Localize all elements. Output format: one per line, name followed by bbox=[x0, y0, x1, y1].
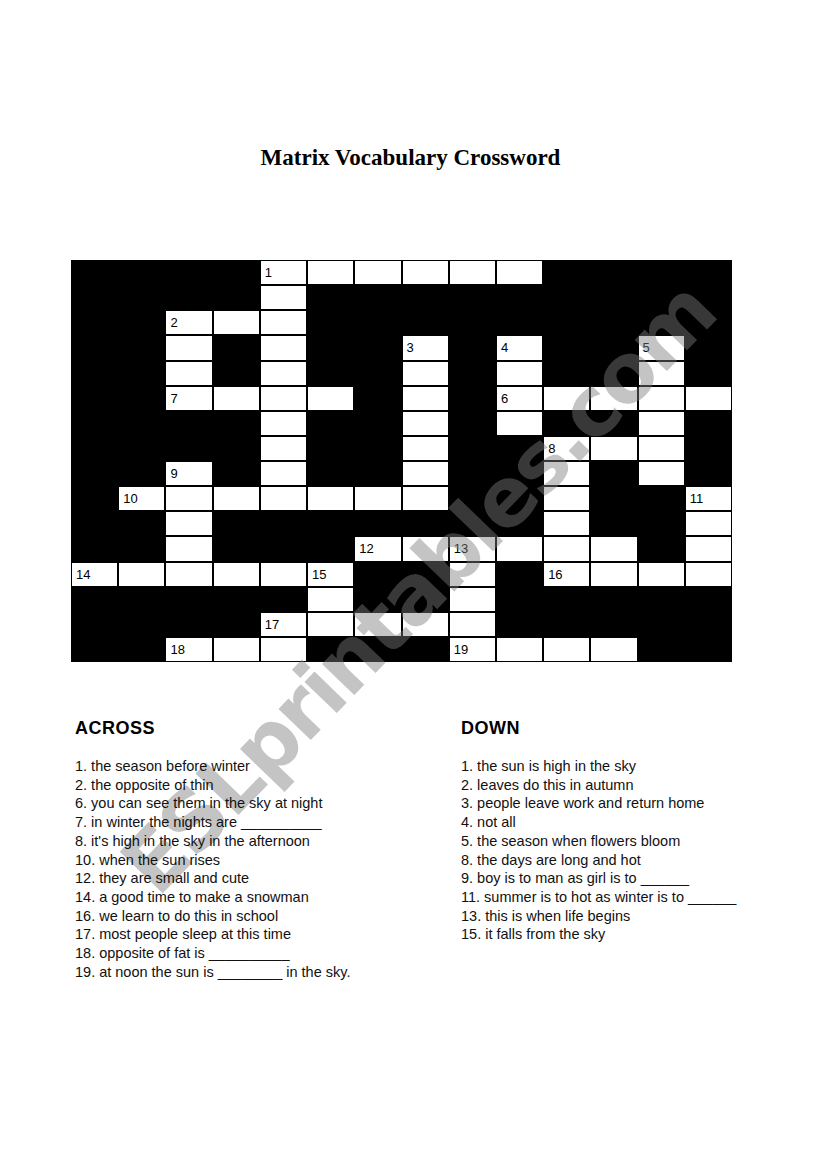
cell-number: 8 bbox=[548, 442, 555, 455]
cell-number: 13 bbox=[454, 542, 468, 555]
grid-cell[interactable]: 11 bbox=[685, 486, 732, 511]
grid-cell[interactable]: 17 bbox=[260, 612, 307, 637]
block-cell bbox=[590, 411, 637, 436]
block-cell bbox=[71, 536, 118, 561]
cell-number: 10 bbox=[123, 492, 137, 505]
cell-number: 12 bbox=[359, 542, 373, 555]
block-cell bbox=[496, 461, 543, 486]
block-cell bbox=[213, 436, 260, 461]
grid-cell[interactable]: 1 bbox=[260, 260, 307, 285]
grid-cell[interactable]: 16 bbox=[543, 562, 590, 587]
block-cell bbox=[307, 310, 354, 335]
block-cell bbox=[71, 612, 118, 637]
block-cell bbox=[496, 486, 543, 511]
grid-cell[interactable] bbox=[165, 536, 212, 561]
block-cell bbox=[213, 411, 260, 436]
block-cell bbox=[118, 310, 165, 335]
clue-item: 8. it's high in the sky in the afternoon bbox=[75, 832, 455, 851]
block-cell bbox=[71, 587, 118, 612]
block-cell bbox=[307, 361, 354, 386]
clue-item: 15. it falls from the sky bbox=[461, 925, 801, 944]
block-cell bbox=[685, 411, 732, 436]
grid-cell[interactable] bbox=[496, 536, 543, 561]
grid-cell[interactable] bbox=[165, 511, 212, 536]
block-cell bbox=[590, 587, 637, 612]
block-cell bbox=[354, 285, 401, 310]
block-cell bbox=[449, 461, 496, 486]
block-cell bbox=[118, 285, 165, 310]
cell-number: 2 bbox=[170, 316, 177, 329]
block-cell bbox=[449, 436, 496, 461]
grid-cell[interactable]: 14 bbox=[71, 562, 118, 587]
grid-cell[interactable] bbox=[543, 637, 590, 662]
block-cell bbox=[354, 386, 401, 411]
block-cell bbox=[590, 612, 637, 637]
cell-number: 19 bbox=[454, 643, 468, 656]
block-cell bbox=[354, 310, 401, 335]
block-cell bbox=[307, 285, 354, 310]
down-section: DOWN 1. the sun is high in the sky2. lea… bbox=[461, 718, 801, 944]
grid-cell[interactable] bbox=[260, 562, 307, 587]
grid-cell[interactable] bbox=[213, 486, 260, 511]
grid-cell[interactable] bbox=[638, 361, 685, 386]
block-cell bbox=[402, 310, 449, 335]
block-cell bbox=[165, 411, 212, 436]
block-cell bbox=[307, 411, 354, 436]
block-cell bbox=[71, 411, 118, 436]
clue-item: 8. the days are long and hot bbox=[461, 851, 801, 870]
grid-cell[interactable] bbox=[496, 361, 543, 386]
block-cell bbox=[307, 335, 354, 360]
block-cell bbox=[449, 335, 496, 360]
block-cell bbox=[685, 335, 732, 360]
grid-cell[interactable] bbox=[543, 486, 590, 511]
grid-cell[interactable] bbox=[638, 386, 685, 411]
block-cell bbox=[165, 612, 212, 637]
block-cell bbox=[685, 612, 732, 637]
block-cell bbox=[496, 285, 543, 310]
grid-cell[interactable] bbox=[260, 461, 307, 486]
block-cell bbox=[307, 511, 354, 536]
block-cell bbox=[496, 511, 543, 536]
grid-cell[interactable]: 7 bbox=[165, 386, 212, 411]
block-cell bbox=[402, 562, 449, 587]
block-cell bbox=[449, 285, 496, 310]
block-cell bbox=[685, 260, 732, 285]
clue-item: 9. boy is to man as girl is to ______ bbox=[461, 869, 801, 888]
grid-cell[interactable] bbox=[638, 562, 685, 587]
grid-cell[interactable] bbox=[685, 511, 732, 536]
across-clue-list: 1. the season before winter2. the opposi… bbox=[75, 757, 455, 981]
grid-cell[interactable] bbox=[543, 536, 590, 561]
block-cell bbox=[213, 285, 260, 310]
grid-cell[interactable] bbox=[213, 310, 260, 335]
block-cell bbox=[354, 461, 401, 486]
block-cell bbox=[213, 612, 260, 637]
cell-number: 16 bbox=[548, 568, 562, 581]
grid-cell[interactable] bbox=[402, 461, 449, 486]
grid-cell[interactable] bbox=[260, 386, 307, 411]
block-cell bbox=[685, 461, 732, 486]
grid-cell[interactable]: 18 bbox=[165, 637, 212, 662]
grid-cell[interactable] bbox=[590, 386, 637, 411]
block-cell bbox=[118, 411, 165, 436]
block-cell bbox=[165, 587, 212, 612]
block-cell bbox=[307, 536, 354, 561]
block-cell bbox=[685, 310, 732, 335]
clue-item: 4. not all bbox=[461, 813, 801, 832]
grid-cell[interactable] bbox=[685, 386, 732, 411]
block-cell bbox=[118, 637, 165, 662]
grid-cell[interactable] bbox=[307, 587, 354, 612]
across-header: ACROSS bbox=[75, 718, 455, 738]
block-cell bbox=[496, 587, 543, 612]
cell-number: 15 bbox=[312, 568, 326, 581]
grid-cell[interactable]: 5 bbox=[638, 335, 685, 360]
grid-cell[interactable]: 12 bbox=[354, 536, 401, 561]
block-cell bbox=[402, 511, 449, 536]
block-cell bbox=[118, 335, 165, 360]
grid-cell[interactable] bbox=[496, 260, 543, 285]
clue-item: 3. people leave work and return home bbox=[461, 794, 801, 813]
across-section: ACROSS 1. the season before winter2. the… bbox=[75, 718, 455, 981]
clue-item: 7. in winter the nights are __________ bbox=[75, 813, 455, 832]
block-cell bbox=[685, 436, 732, 461]
block-cell bbox=[590, 260, 637, 285]
clue-item: 12. they are small and cute bbox=[75, 869, 455, 888]
grid-cell[interactable] bbox=[496, 411, 543, 436]
block-cell bbox=[543, 335, 590, 360]
grid-cell[interactable] bbox=[213, 562, 260, 587]
block-cell bbox=[354, 335, 401, 360]
block-cell bbox=[118, 536, 165, 561]
cell-number: 17 bbox=[265, 618, 279, 631]
block-cell bbox=[685, 587, 732, 612]
grid-cell[interactable] bbox=[213, 386, 260, 411]
block-cell bbox=[496, 310, 543, 335]
block-cell bbox=[449, 361, 496, 386]
grid-cell[interactable] bbox=[402, 411, 449, 436]
clue-item: 11. summer is to hot as winter is to ___… bbox=[461, 888, 801, 907]
cell-number: 6 bbox=[501, 392, 508, 405]
grid-cell[interactable] bbox=[260, 310, 307, 335]
grid-cell[interactable] bbox=[638, 461, 685, 486]
clue-item: 2. leaves do this in autumn bbox=[461, 776, 801, 795]
block-cell bbox=[543, 260, 590, 285]
grid-cell[interactable] bbox=[354, 260, 401, 285]
grid-cell[interactable] bbox=[260, 486, 307, 511]
grid-cell[interactable] bbox=[354, 612, 401, 637]
clue-item: 10. when the sun rises bbox=[75, 851, 455, 870]
block-cell bbox=[449, 386, 496, 411]
block-cell bbox=[590, 285, 637, 310]
block-cell bbox=[71, 386, 118, 411]
clue-item: 6. you can see them in the sky at night bbox=[75, 794, 455, 813]
block-cell bbox=[354, 511, 401, 536]
block-cell bbox=[307, 461, 354, 486]
grid-cell[interactable]: 15 bbox=[307, 562, 354, 587]
grid-cell[interactable] bbox=[590, 536, 637, 561]
block-cell bbox=[449, 486, 496, 511]
grid-cell[interactable] bbox=[307, 386, 354, 411]
grid-cell[interactable] bbox=[449, 260, 496, 285]
block-cell bbox=[590, 511, 637, 536]
block-cell bbox=[638, 612, 685, 637]
block-cell bbox=[590, 361, 637, 386]
grid-cell[interactable] bbox=[402, 436, 449, 461]
grid-cell[interactable] bbox=[685, 536, 732, 561]
cell-number: 11 bbox=[690, 492, 704, 505]
crossword-grid: 12345768910111213141516171819 bbox=[71, 260, 732, 662]
grid-cell[interactable]: 10 bbox=[118, 486, 165, 511]
down-header: DOWN bbox=[461, 718, 801, 738]
block-cell bbox=[638, 536, 685, 561]
cell-number: 5 bbox=[643, 341, 650, 354]
grid-cell[interactable] bbox=[638, 436, 685, 461]
grid-cell[interactable] bbox=[165, 486, 212, 511]
clue-item: 16. we learn to do this in school bbox=[75, 907, 455, 926]
grid-cell[interactable] bbox=[449, 612, 496, 637]
block-cell bbox=[118, 260, 165, 285]
grid-cell[interactable] bbox=[260, 436, 307, 461]
block-cell bbox=[165, 260, 212, 285]
block-cell bbox=[638, 310, 685, 335]
page-title: Matrix Vocabulary Crossword bbox=[0, 145, 821, 171]
cell-number: 9 bbox=[170, 467, 177, 480]
block-cell bbox=[685, 285, 732, 310]
block-cell bbox=[354, 436, 401, 461]
block-cell bbox=[213, 335, 260, 360]
block-cell bbox=[543, 612, 590, 637]
grid-cell[interactable]: 2 bbox=[165, 310, 212, 335]
clue-item: 1. the season before winter bbox=[75, 757, 455, 776]
block-cell bbox=[590, 461, 637, 486]
cell-number: 1 bbox=[265, 266, 272, 279]
grid-cell[interactable] bbox=[402, 361, 449, 386]
block-cell bbox=[213, 260, 260, 285]
block-cell bbox=[307, 637, 354, 662]
block-cell bbox=[71, 461, 118, 486]
block-cell bbox=[71, 511, 118, 536]
grid-cell[interactable] bbox=[260, 285, 307, 310]
grid-cell[interactable] bbox=[307, 612, 354, 637]
grid-cell[interactable] bbox=[260, 335, 307, 360]
cell-number: 18 bbox=[170, 643, 184, 656]
block-cell bbox=[543, 587, 590, 612]
block-cell bbox=[118, 361, 165, 386]
block-cell bbox=[71, 285, 118, 310]
grid-cell[interactable] bbox=[685, 562, 732, 587]
block-cell bbox=[685, 637, 732, 662]
clue-item: 17. most people sleep at this time bbox=[75, 925, 455, 944]
block-cell bbox=[165, 285, 212, 310]
grid-cell[interactable] bbox=[165, 562, 212, 587]
block-cell bbox=[496, 436, 543, 461]
block-cell bbox=[543, 411, 590, 436]
grid-cell[interactable]: 4 bbox=[496, 335, 543, 360]
block-cell bbox=[307, 436, 354, 461]
block-cell bbox=[213, 461, 260, 486]
block-cell bbox=[496, 612, 543, 637]
grid-cell[interactable] bbox=[402, 612, 449, 637]
grid-cell[interactable] bbox=[260, 361, 307, 386]
block-cell bbox=[71, 310, 118, 335]
clue-item: 19. at noon the sun is ________ in the s… bbox=[75, 963, 455, 982]
grid-cell[interactable] bbox=[543, 461, 590, 486]
grid-cell[interactable] bbox=[307, 260, 354, 285]
block-cell bbox=[71, 637, 118, 662]
grid-cell[interactable] bbox=[402, 536, 449, 561]
grid-cell[interactable]: 13 bbox=[449, 536, 496, 561]
cell-number: 3 bbox=[407, 341, 414, 354]
grid-cell[interactable] bbox=[449, 562, 496, 587]
down-clue-list: 1. the sun is high in the sky2. leaves d… bbox=[461, 757, 801, 944]
block-cell bbox=[118, 461, 165, 486]
block-cell bbox=[354, 361, 401, 386]
clue-item: 14. a good time to make a snowman bbox=[75, 888, 455, 907]
grid-cell[interactable] bbox=[590, 637, 637, 662]
clue-item: 5. the season when flowers bloom bbox=[461, 832, 801, 851]
block-cell bbox=[213, 361, 260, 386]
block-cell bbox=[213, 587, 260, 612]
grid-cell[interactable] bbox=[402, 260, 449, 285]
block-cell bbox=[213, 511, 260, 536]
block-cell bbox=[449, 310, 496, 335]
grid-cell[interactable] bbox=[402, 386, 449, 411]
grid-cell[interactable]: 3 bbox=[402, 335, 449, 360]
block-cell bbox=[118, 436, 165, 461]
block-cell bbox=[165, 436, 212, 461]
cell-number: 4 bbox=[501, 341, 508, 354]
block-cell bbox=[354, 587, 401, 612]
block-cell bbox=[638, 285, 685, 310]
grid-cell[interactable] bbox=[590, 562, 637, 587]
block-cell bbox=[71, 486, 118, 511]
block-cell bbox=[260, 511, 307, 536]
grid-cell[interactable]: 8 bbox=[543, 436, 590, 461]
grid-cell[interactable]: 6 bbox=[496, 386, 543, 411]
block-cell bbox=[118, 386, 165, 411]
block-cell bbox=[71, 335, 118, 360]
grid-cell[interactable]: 19 bbox=[449, 637, 496, 662]
block-cell bbox=[118, 511, 165, 536]
block-cell bbox=[638, 637, 685, 662]
block-cell bbox=[638, 486, 685, 511]
block-cell bbox=[118, 587, 165, 612]
grid-cell[interactable] bbox=[260, 411, 307, 436]
block-cell bbox=[118, 612, 165, 637]
block-cell bbox=[638, 260, 685, 285]
grid-cell[interactable] bbox=[118, 562, 165, 587]
grid-cell[interactable] bbox=[165, 335, 212, 360]
block-cell bbox=[213, 536, 260, 561]
block-cell bbox=[71, 260, 118, 285]
block-cell bbox=[638, 587, 685, 612]
block-cell bbox=[402, 637, 449, 662]
cell-number: 7 bbox=[170, 392, 177, 405]
grid-cell[interactable] bbox=[590, 436, 637, 461]
cell-number: 14 bbox=[76, 568, 90, 581]
block-cell bbox=[685, 361, 732, 386]
grid-cell[interactable] bbox=[354, 486, 401, 511]
block-cell bbox=[402, 285, 449, 310]
block-cell bbox=[354, 637, 401, 662]
grid-cell[interactable] bbox=[260, 637, 307, 662]
block-cell bbox=[71, 436, 118, 461]
clue-item: 13. this is when life begins bbox=[461, 907, 801, 926]
block-cell bbox=[354, 562, 401, 587]
block-cell bbox=[543, 285, 590, 310]
grid-cell[interactable] bbox=[543, 511, 590, 536]
clue-item: 2. the opposite of thin bbox=[75, 776, 455, 795]
grid-cell[interactable] bbox=[543, 386, 590, 411]
block-cell bbox=[590, 335, 637, 360]
block-cell bbox=[260, 536, 307, 561]
grid-cell[interactable] bbox=[449, 587, 496, 612]
block-cell bbox=[590, 310, 637, 335]
grid-cell[interactable] bbox=[402, 486, 449, 511]
block-cell bbox=[71, 361, 118, 386]
grid-cell[interactable] bbox=[638, 411, 685, 436]
block-cell bbox=[260, 587, 307, 612]
block-cell bbox=[638, 511, 685, 536]
block-cell bbox=[543, 310, 590, 335]
grid-cell[interactable] bbox=[165, 361, 212, 386]
grid-cell[interactable] bbox=[496, 637, 543, 662]
clue-item: 18. opposite of fat is __________ bbox=[75, 944, 455, 963]
block-cell bbox=[543, 361, 590, 386]
grid-cell[interactable] bbox=[213, 637, 260, 662]
block-cell bbox=[449, 511, 496, 536]
block-cell bbox=[449, 411, 496, 436]
block-cell bbox=[590, 486, 637, 511]
block-cell bbox=[402, 587, 449, 612]
block-cell bbox=[354, 411, 401, 436]
clue-item: 1. the sun is high in the sky bbox=[461, 757, 801, 776]
grid-cell[interactable] bbox=[307, 486, 354, 511]
block-cell bbox=[496, 562, 543, 587]
grid-cell[interactable]: 9 bbox=[165, 461, 212, 486]
